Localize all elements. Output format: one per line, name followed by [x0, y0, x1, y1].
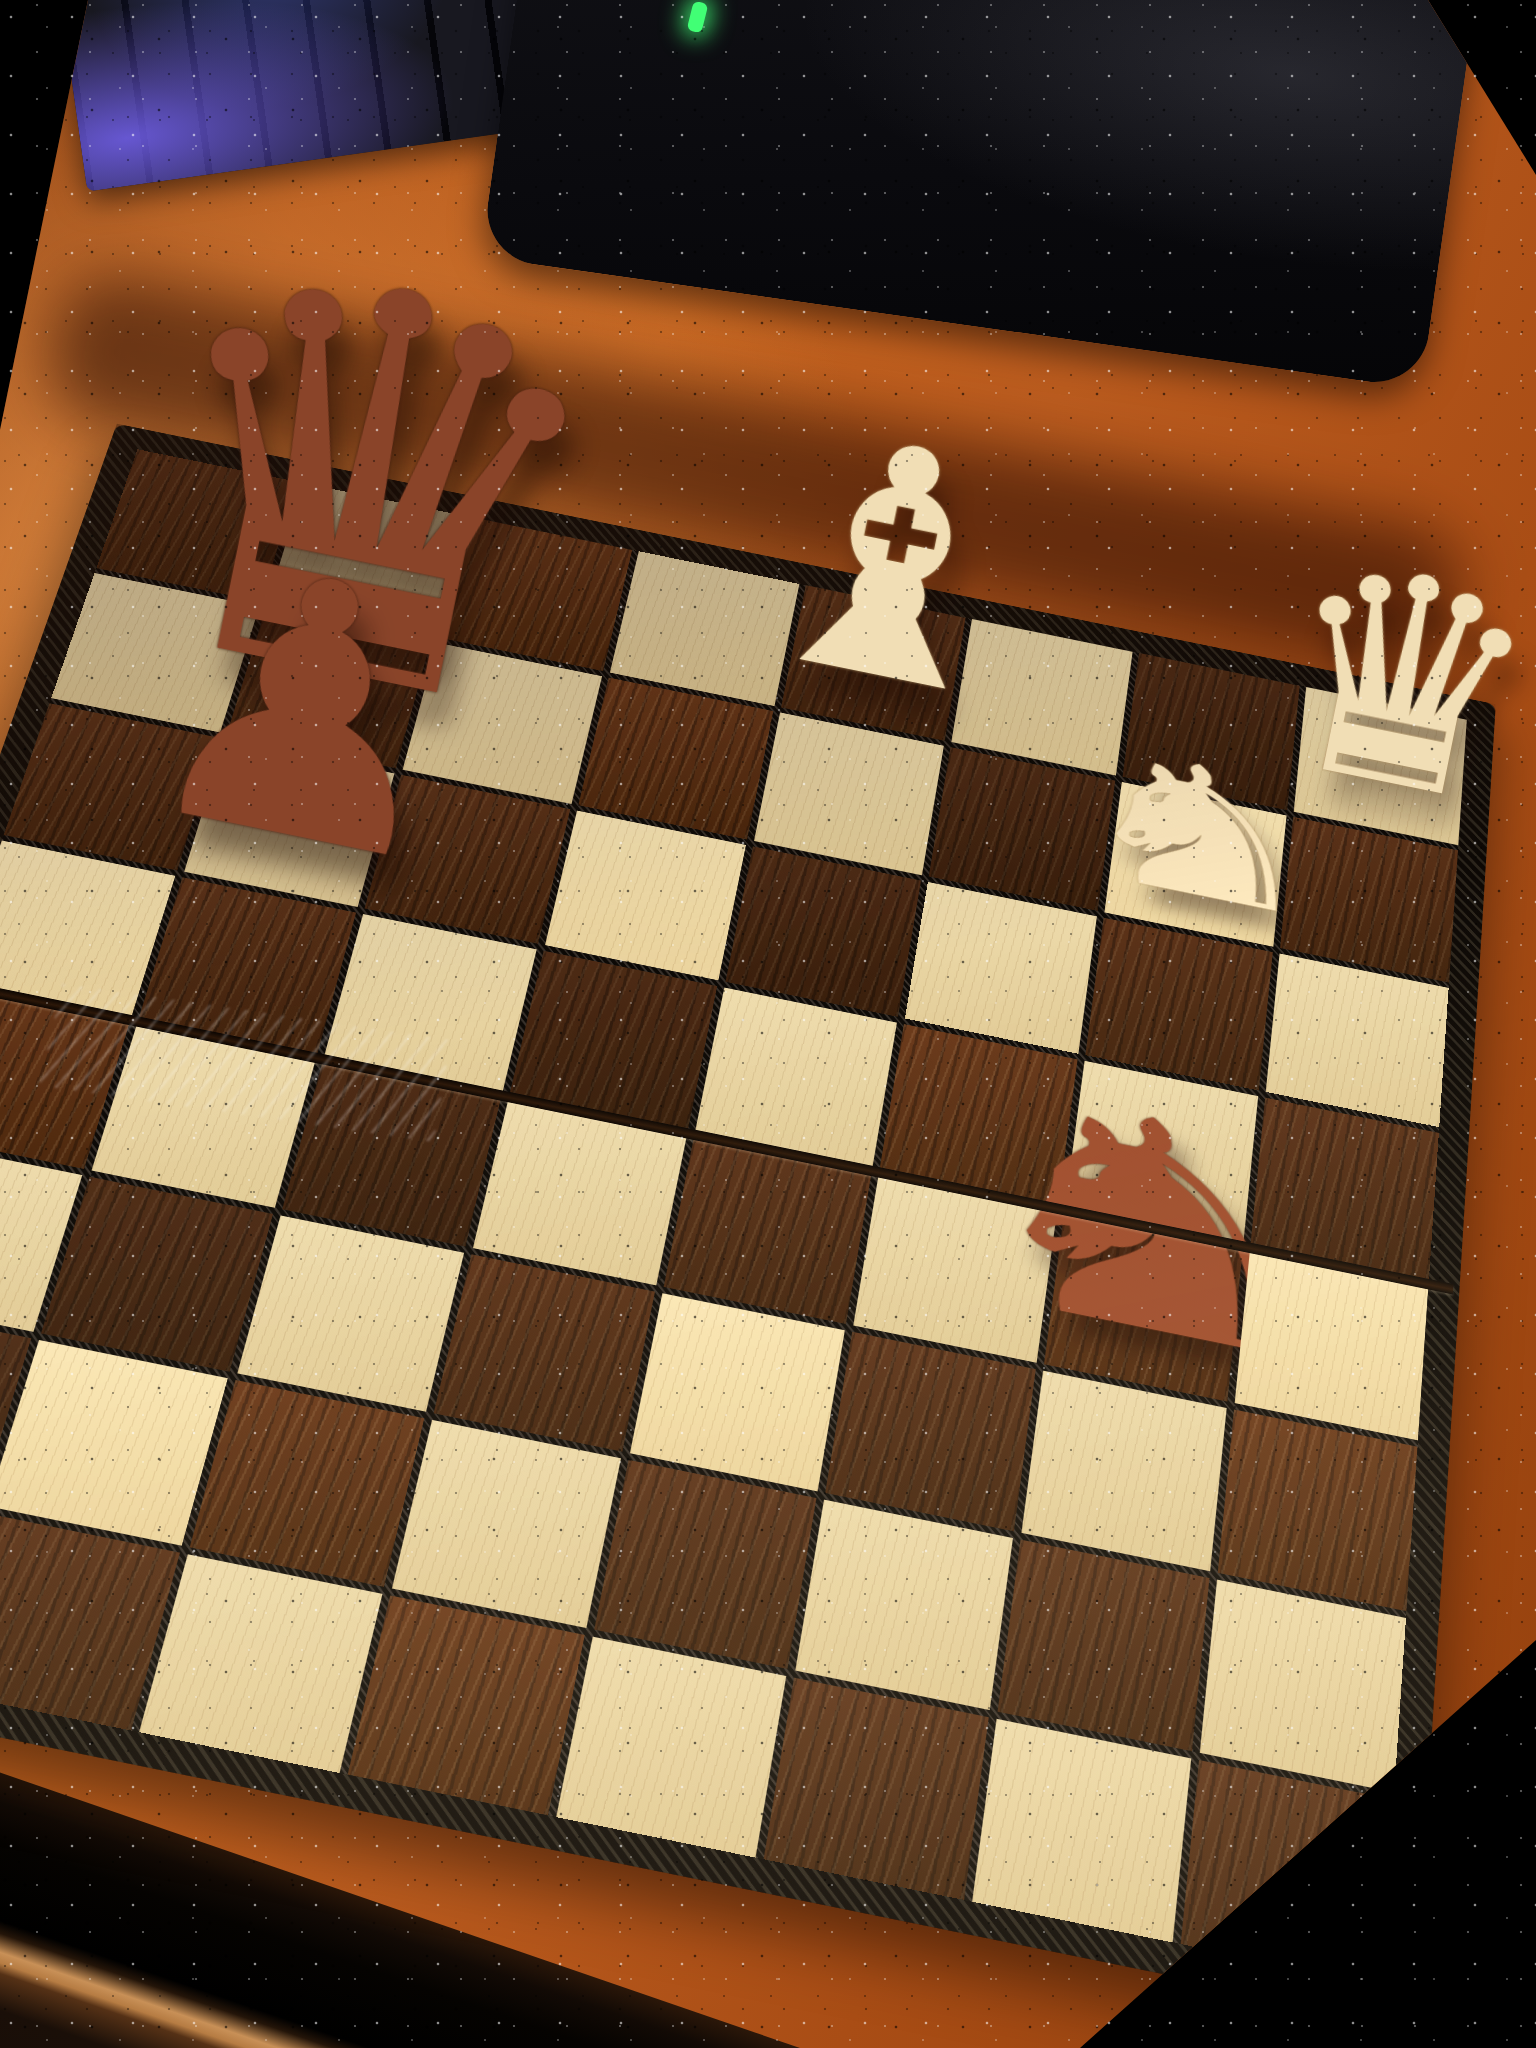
square-r7c6	[796, 1500, 1013, 1710]
square-r2c5	[754, 712, 945, 875]
square-r6c6	[826, 1332, 1036, 1531]
square-r8c8	[1181, 1760, 1394, 1985]
square-r7c4	[391, 1420, 620, 1628]
square-r8c5	[556, 1637, 787, 1858]
chess-board: ♝♛♛♞♟♞	[0, 424, 1496, 2025]
square-r8c6	[764, 1678, 989, 1900]
square-r3c2: ♟	[184, 739, 394, 907]
square-r7c7	[998, 1540, 1210, 1752]
square-r4c4	[510, 950, 717, 1128]
square-r6c7	[1022, 1371, 1227, 1572]
photograph: ♝♛♛♞♟♞	[0, 0, 1536, 2048]
square-r8c7	[972, 1719, 1191, 1942]
square-r2c4	[578, 677, 773, 839]
square-r3c4	[545, 810, 746, 980]
square-r8c3	[139, 1554, 382, 1773]
square-r6c3	[237, 1216, 464, 1412]
square-r6c8	[1218, 1410, 1418, 1612]
board-grid: ♝♛♛♞♟♞	[0, 449, 1467, 1985]
square-r6c2	[41, 1177, 273, 1372]
square-r6c5	[629, 1293, 845, 1491]
square-r2c7: ♞	[1105, 782, 1287, 947]
photo-canvas: { "game": "chess", "scene": { "descripti…	[0, 0, 1536, 2048]
square-r3c5	[725, 846, 921, 1017]
square-r7c2	[0, 1340, 228, 1546]
board-frame: ♝♛♛♞♟♞	[0, 424, 1496, 2025]
square-r7c5	[594, 1460, 817, 1669]
square-r6c4	[433, 1255, 654, 1452]
square-r7c8	[1200, 1580, 1406, 1793]
square-r8c4	[347, 1596, 584, 1816]
square-r7c3	[189, 1380, 424, 1587]
